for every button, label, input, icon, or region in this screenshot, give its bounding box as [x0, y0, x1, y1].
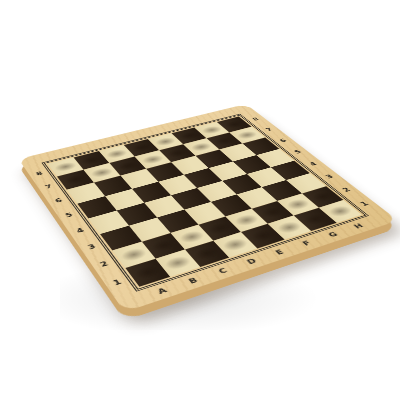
- piece-black-pawn[interactable]: ♟: [58, 143, 93, 182]
- chess-board: ABCDEFGH 87654321 87654321 ♜♞♝♛♚♝♞♜♟♟♟♟♟…: [18, 104, 398, 312]
- piece-white-rook[interactable]: ♜: [119, 211, 177, 276]
- board-wood-surface: ABCDEFGH 87654321 87654321 ♜♞♝♛♚♝♞♜♟♟♟♟♟…: [18, 104, 398, 312]
- chess-photo-stage: ABCDEFGH 87654321 87654321 ♜♞♝♛♚♝♞♜♟♟♟♟♟…: [0, 0, 400, 400]
- square-a7[interactable]: ♟: [57, 170, 94, 190]
- scene: ABCDEFGH 87654321 87654321 ♜♞♝♛♚♝♞♜♟♟♟♟♟…: [0, 0, 400, 400]
